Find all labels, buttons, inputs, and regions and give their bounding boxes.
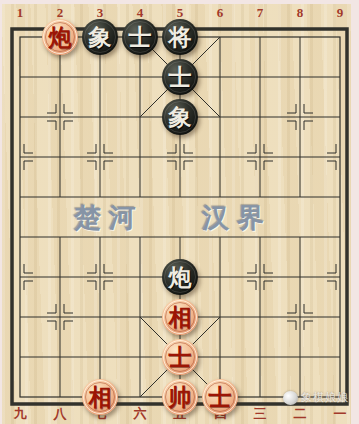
watermark: 象棋娘娘 (283, 390, 349, 405)
piece-red-elephant[interactable]: 相 (82, 379, 118, 415)
piece-black-cannon[interactable]: 炮 (162, 259, 198, 295)
piece-glyph: 士 (169, 66, 192, 89)
piece-black-advisor[interactable]: 士 (162, 59, 198, 95)
watermark-logo-icon (283, 391, 298, 405)
piece-glyph: 士 (129, 26, 152, 49)
piece-glyph: 士 (209, 386, 232, 409)
piece-glyph: 炮 (49, 26, 72, 49)
piece-glyph: 士 (169, 346, 192, 369)
watermark-text: 象棋娘娘 (301, 390, 349, 405)
piece-black-general[interactable]: 将 (162, 19, 198, 55)
piece-layer: 炮象士将士象炮相士相帅士 (0, 17, 359, 417)
piece-black-advisor[interactable]: 士 (122, 19, 158, 55)
piece-black-elephant[interactable]: 象 (162, 99, 198, 135)
piece-red-elephant[interactable]: 相 (162, 299, 198, 335)
piece-red-cannon[interactable]: 炮 (42, 19, 78, 55)
piece-black-elephant[interactable]: 象 (82, 19, 118, 55)
piece-glyph: 象 (169, 106, 192, 129)
piece-red-general[interactable]: 帅 (162, 379, 198, 415)
xiangqi-app: 123456789九八七六五四三二一 楚河 汉界 炮象士将士象炮相士相帅士 象棋… (0, 0, 359, 424)
piece-glyph: 将 (169, 26, 192, 49)
piece-glyph: 炮 (169, 266, 192, 289)
piece-glyph: 象 (89, 26, 112, 49)
piece-glyph: 相 (169, 306, 192, 329)
piece-red-advisor[interactable]: 士 (162, 339, 198, 375)
piece-glyph: 相 (89, 386, 112, 409)
piece-glyph: 帅 (169, 386, 192, 409)
piece-red-advisor[interactable]: 士 (202, 379, 238, 415)
